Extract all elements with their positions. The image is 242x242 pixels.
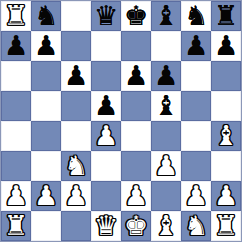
square-f8[interactable]: ♝: [151, 1, 181, 31]
square-c2[interactable]: ♟: [61, 181, 91, 211]
square-h4[interactable]: ♝: [211, 121, 241, 151]
white-pawn[interactable]: ♟: [124, 182, 148, 209]
square-f4[interactable]: [151, 121, 181, 151]
square-f5[interactable]: ♝: [151, 91, 181, 121]
square-e2[interactable]: ♟: [121, 181, 151, 211]
square-e5[interactable]: [121, 91, 151, 121]
white-knight[interactable]: ♞: [184, 212, 208, 239]
square-e7[interactable]: [121, 31, 151, 61]
black-pawn[interactable]: ♟: [4, 32, 28, 59]
square-f3[interactable]: ♟: [151, 151, 181, 181]
white-pawn[interactable]: ♟: [154, 152, 178, 179]
black-pawn[interactable]: ♟: [124, 62, 148, 89]
white-rook[interactable]: ♜: [4, 2, 28, 29]
square-c1[interactable]: [61, 211, 91, 241]
chess-board: ♜♞♛♚♝♞♜♟♟♟♟♟♟♟♟♝♟♝♞♟♟♟♟♟♟♟♜♛♚♝♞♜: [0, 0, 242, 242]
square-a4[interactable]: [1, 121, 31, 151]
square-a2[interactable]: ♟: [1, 181, 31, 211]
black-pawn[interactable]: ♟: [154, 62, 178, 89]
square-e1[interactable]: ♚: [121, 211, 151, 241]
square-a7[interactable]: ♟: [1, 31, 31, 61]
square-f7[interactable]: [151, 31, 181, 61]
square-g6[interactable]: [181, 61, 211, 91]
square-c8[interactable]: [61, 1, 91, 31]
square-e3[interactable]: [121, 151, 151, 181]
square-d7[interactable]: [91, 31, 121, 61]
black-pawn[interactable]: ♟: [94, 92, 118, 119]
white-king[interactable]: ♚: [124, 212, 148, 239]
square-g8[interactable]: ♞: [181, 1, 211, 31]
black-bishop[interactable]: ♝: [154, 92, 178, 119]
square-a6[interactable]: [1, 61, 31, 91]
white-rook[interactable]: ♜: [214, 212, 238, 239]
square-b2[interactable]: ♟: [31, 181, 61, 211]
black-pawn[interactable]: ♟: [184, 32, 208, 59]
black-bishop[interactable]: ♝: [154, 2, 178, 29]
black-queen[interactable]: ♛: [94, 2, 118, 29]
square-c5[interactable]: [61, 91, 91, 121]
square-b8[interactable]: ♞: [31, 1, 61, 31]
square-d3[interactable]: [91, 151, 121, 181]
white-bishop[interactable]: ♝: [154, 212, 178, 239]
square-b1[interactable]: [31, 211, 61, 241]
square-b6[interactable]: [31, 61, 61, 91]
square-h1[interactable]: ♜: [211, 211, 241, 241]
white-rook[interactable]: ♜: [4, 212, 28, 239]
white-bishop[interactable]: ♝: [214, 122, 238, 149]
square-h3[interactable]: [211, 151, 241, 181]
square-g1[interactable]: ♞: [181, 211, 211, 241]
square-c3[interactable]: ♞: [61, 151, 91, 181]
square-f2[interactable]: [151, 181, 181, 211]
square-g2[interactable]: ♟: [181, 181, 211, 211]
square-h6[interactable]: [211, 61, 241, 91]
square-h7[interactable]: ♟: [211, 31, 241, 61]
square-f6[interactable]: ♟: [151, 61, 181, 91]
square-h5[interactable]: [211, 91, 241, 121]
white-pawn[interactable]: ♟: [214, 182, 238, 209]
square-b3[interactable]: [31, 151, 61, 181]
square-a1[interactable]: ♜: [1, 211, 31, 241]
square-a3[interactable]: [1, 151, 31, 181]
square-d2[interactable]: [91, 181, 121, 211]
square-c6[interactable]: ♟: [61, 61, 91, 91]
square-b4[interactable]: [31, 121, 61, 151]
white-pawn[interactable]: ♟: [184, 182, 208, 209]
white-pawn[interactable]: ♟: [94, 122, 118, 149]
black-pawn[interactable]: ♟: [64, 62, 88, 89]
square-e8[interactable]: ♚: [121, 1, 151, 31]
square-h2[interactable]: ♟: [211, 181, 241, 211]
square-d5[interactable]: ♟: [91, 91, 121, 121]
black-knight[interactable]: ♞: [34, 2, 58, 29]
white-queen[interactable]: ♛: [94, 212, 118, 239]
square-g7[interactable]: ♟: [181, 31, 211, 61]
square-d1[interactable]: ♛: [91, 211, 121, 241]
square-e6[interactable]: ♟: [121, 61, 151, 91]
square-b7[interactable]: ♟: [31, 31, 61, 61]
square-g3[interactable]: [181, 151, 211, 181]
white-pawn[interactable]: ♟: [64, 182, 88, 209]
black-knight[interactable]: ♞: [184, 2, 208, 29]
square-d4[interactable]: ♟: [91, 121, 121, 151]
square-e4[interactable]: [121, 121, 151, 151]
square-h8[interactable]: ♜: [211, 1, 241, 31]
square-b5[interactable]: [31, 91, 61, 121]
square-a8[interactable]: ♜: [1, 1, 31, 31]
square-c4[interactable]: [61, 121, 91, 151]
black-king[interactable]: ♚: [124, 2, 148, 29]
black-pawn[interactable]: ♟: [214, 32, 238, 59]
white-pawn[interactable]: ♟: [34, 182, 58, 209]
square-d6[interactable]: [91, 61, 121, 91]
white-knight[interactable]: ♞: [64, 152, 88, 179]
black-pawn[interactable]: ♟: [34, 32, 58, 59]
black-rook[interactable]: ♜: [214, 2, 238, 29]
square-g4[interactable]: [181, 121, 211, 151]
square-g5[interactable]: [181, 91, 211, 121]
square-f1[interactable]: ♝: [151, 211, 181, 241]
square-d8[interactable]: ♛: [91, 1, 121, 31]
square-c7[interactable]: [61, 31, 91, 61]
square-a5[interactable]: [1, 91, 31, 121]
white-pawn[interactable]: ♟: [4, 182, 28, 209]
